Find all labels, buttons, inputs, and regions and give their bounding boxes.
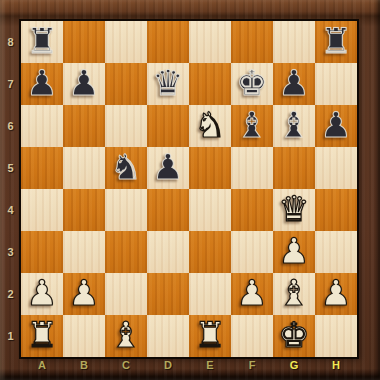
piece-black-bishop-f6[interactable]: ♝: [231, 105, 273, 147]
file-label-a: A: [21, 357, 63, 380]
piece-black-pawn-h6[interactable]: ♟: [315, 105, 357, 147]
piece-white-rook-a1[interactable]: ♜: [21, 315, 63, 357]
file-label-g: G: [273, 357, 315, 380]
piece-black-pawn-d5[interactable]: ♟: [147, 147, 189, 189]
square-g1[interactable]: ♚: [273, 315, 315, 357]
square-b8[interactable]: [63, 21, 105, 63]
square-f2[interactable]: ♟: [231, 273, 273, 315]
rank-label-1: 1: [0, 315, 21, 357]
square-c8[interactable]: [105, 21, 147, 63]
square-g7[interactable]: ♟: [273, 63, 315, 105]
rank-label-6: 6: [0, 105, 21, 147]
square-h6[interactable]: ♟: [315, 105, 357, 147]
square-f6[interactable]: ♝: [231, 105, 273, 147]
file-labels: ABCDEFGH: [21, 357, 357, 380]
piece-black-king-f7[interactable]: ♚: [231, 63, 273, 105]
piece-white-pawn-a2[interactable]: ♟: [21, 273, 63, 315]
square-h2[interactable]: ♟: [315, 273, 357, 315]
piece-white-pawn-f2[interactable]: ♟: [231, 273, 273, 315]
square-f4[interactable]: [231, 189, 273, 231]
square-c4[interactable]: [105, 189, 147, 231]
piece-white-knight-e6[interactable]: ♞: [189, 105, 231, 147]
square-e2[interactable]: [189, 273, 231, 315]
square-b1[interactable]: [63, 315, 105, 357]
square-d4[interactable]: [147, 189, 189, 231]
square-c3[interactable]: [105, 231, 147, 273]
square-a6[interactable]: [21, 105, 63, 147]
square-d3[interactable]: [147, 231, 189, 273]
rank-label-2: 2: [0, 273, 21, 315]
square-e7[interactable]: [189, 63, 231, 105]
square-g4[interactable]: ♛: [273, 189, 315, 231]
square-h1[interactable]: [315, 315, 357, 357]
rank-label-5: 5: [0, 147, 21, 189]
rank-label-4: 4: [0, 189, 21, 231]
square-d8[interactable]: [147, 21, 189, 63]
square-f8[interactable]: [231, 21, 273, 63]
piece-white-king-g1[interactable]: ♚: [273, 315, 315, 357]
square-b2[interactable]: ♟: [63, 273, 105, 315]
square-e5[interactable]: [189, 147, 231, 189]
piece-black-pawn-g7[interactable]: ♟: [273, 63, 315, 105]
square-f7[interactable]: ♚: [231, 63, 273, 105]
piece-black-pawn-a7[interactable]: ♟: [21, 63, 63, 105]
square-b7[interactable]: ♟: [63, 63, 105, 105]
square-g3[interactable]: ♟: [273, 231, 315, 273]
square-a5[interactable]: [21, 147, 63, 189]
rank-label-8: 8: [0, 21, 21, 63]
rank-labels: 87654321: [0, 21, 21, 357]
square-d2[interactable]: [147, 273, 189, 315]
file-label-e: E: [189, 357, 231, 380]
square-h5[interactable]: [315, 147, 357, 189]
piece-white-bishop-g2[interactable]: ♝: [273, 273, 315, 315]
square-c2[interactable]: [105, 273, 147, 315]
square-f5[interactable]: [231, 147, 273, 189]
square-d7[interactable]: ♛: [147, 63, 189, 105]
square-c6[interactable]: [105, 105, 147, 147]
file-label-h: H: [315, 357, 357, 380]
piece-white-rook-e1[interactable]: ♜: [189, 315, 231, 357]
rank-label-7: 7: [0, 63, 21, 105]
piece-white-pawn-g3[interactable]: ♟: [273, 231, 315, 273]
square-h3[interactable]: [315, 231, 357, 273]
square-b3[interactable]: [63, 231, 105, 273]
square-h7[interactable]: [315, 63, 357, 105]
square-c7[interactable]: [105, 63, 147, 105]
square-h4[interactable]: [315, 189, 357, 231]
piece-white-queen-g4[interactable]: ♛: [273, 189, 315, 231]
piece-black-knight-c5[interactable]: ♞: [105, 147, 147, 189]
square-d5[interactable]: ♟: [147, 147, 189, 189]
piece-black-pawn-b7[interactable]: ♟: [63, 63, 105, 105]
piece-black-bishop-g6[interactable]: ♝: [273, 105, 315, 147]
square-f1[interactable]: [231, 315, 273, 357]
square-g6[interactable]: ♝: [273, 105, 315, 147]
square-a2[interactable]: ♟: [21, 273, 63, 315]
square-e4[interactable]: [189, 189, 231, 231]
file-label-b: B: [63, 357, 105, 380]
square-b4[interactable]: [63, 189, 105, 231]
piece-black-queen-d7[interactable]: ♛: [147, 63, 189, 105]
square-e8[interactable]: [189, 21, 231, 63]
file-label-f: F: [231, 357, 273, 380]
piece-white-bishop-c1[interactable]: ♝: [105, 315, 147, 357]
square-h8[interactable]: ♜: [315, 21, 357, 63]
file-label-d: D: [147, 357, 189, 380]
square-b5[interactable]: [63, 147, 105, 189]
square-a7[interactable]: ♟: [21, 63, 63, 105]
square-e3[interactable]: [189, 231, 231, 273]
board-frame: 87654321 ♜♜♟♟♛♚♟♞♝♝♟♞♟♛♟♟♟♟♝♟♜♝♜♚ ABCDEF…: [0, 0, 380, 380]
square-d1[interactable]: [147, 315, 189, 357]
square-c5[interactable]: ♞: [105, 147, 147, 189]
square-d6[interactable]: [147, 105, 189, 147]
piece-white-pawn-h2[interactable]: ♟: [315, 273, 357, 315]
piece-white-pawn-b2[interactable]: ♟: [63, 273, 105, 315]
square-a4[interactable]: [21, 189, 63, 231]
square-c1[interactable]: ♝: [105, 315, 147, 357]
square-g5[interactable]: [273, 147, 315, 189]
square-e1[interactable]: ♜: [189, 315, 231, 357]
square-a3[interactable]: [21, 231, 63, 273]
square-f3[interactable]: [231, 231, 273, 273]
square-g8[interactable]: [273, 21, 315, 63]
square-a8[interactable]: ♜: [21, 21, 63, 63]
piece-black-rook-a8[interactable]: ♜: [21, 21, 63, 63]
square-b6[interactable]: [63, 105, 105, 147]
square-a1[interactable]: ♜: [21, 315, 63, 357]
square-g2[interactable]: ♝: [273, 273, 315, 315]
file-label-c: C: [105, 357, 147, 380]
piece-black-rook-h8[interactable]: ♜: [315, 21, 357, 63]
square-e6[interactable]: ♞: [189, 105, 231, 147]
rank-label-3: 3: [0, 231, 21, 273]
chess-board: ♜♜♟♟♛♚♟♞♝♝♟♞♟♛♟♟♟♟♝♟♜♝♜♚: [21, 21, 357, 357]
